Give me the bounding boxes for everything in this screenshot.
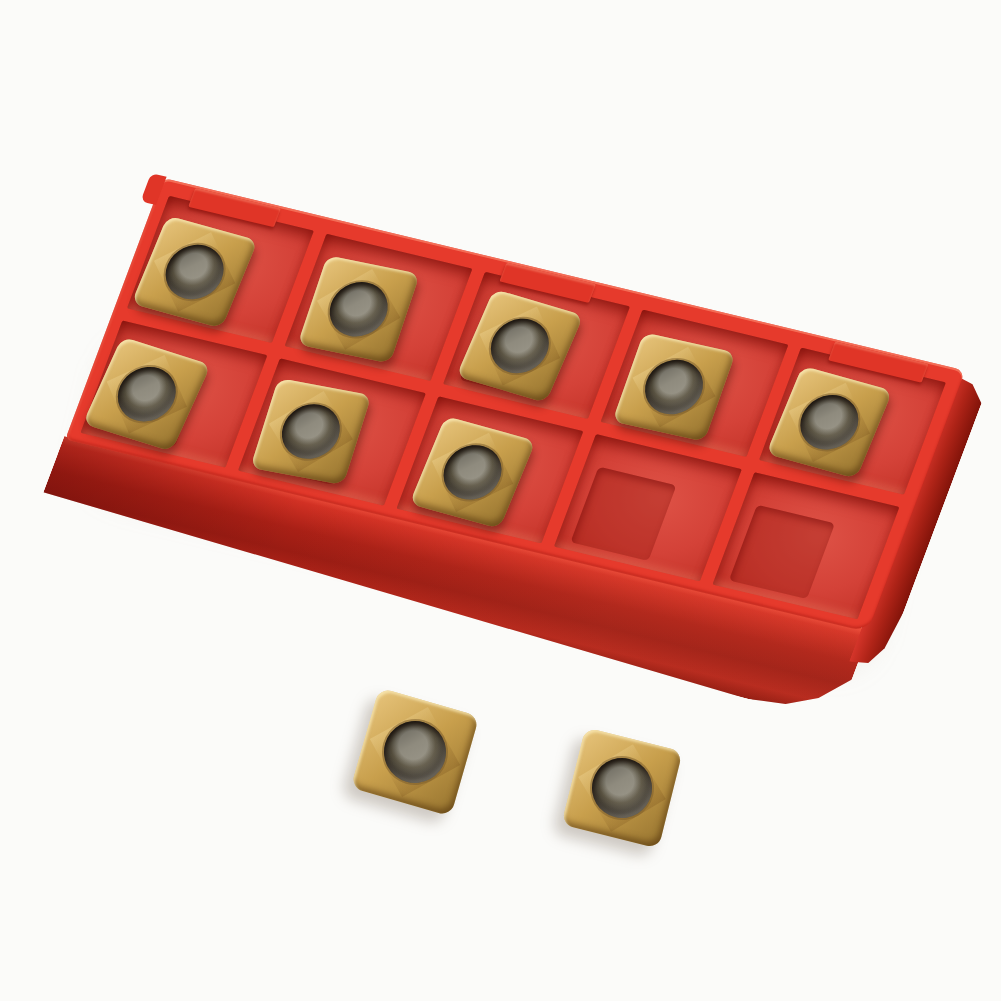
insert-hole: [376, 713, 453, 790]
insert-r2-c2: [251, 378, 372, 485]
storage-box: [65, 178, 965, 632]
insert-r2-c3: [409, 416, 536, 529]
compartment-r2-c5: [712, 472, 899, 619]
insert-hole: [791, 388, 867, 456]
insert-r1-c5: [766, 366, 893, 479]
loose-insert-1: [351, 688, 480, 817]
compartment-r1-c3: [443, 272, 630, 419]
background: [0, 0, 1001, 1001]
insert-r1-c3: [456, 289, 583, 403]
corner-nub: [140, 173, 166, 205]
compartment-r2-c4: [554, 434, 741, 581]
insert-hole: [586, 752, 659, 825]
insert-r2-c1: [83, 337, 211, 452]
insert-hole: [481, 312, 557, 380]
insert-hole: [434, 438, 510, 506]
compartment-recess: [729, 505, 835, 599]
insert-hole: [637, 354, 711, 420]
insert-r1-c4: [612, 332, 736, 441]
compartment-r2-c3: [396, 396, 583, 543]
loose-insert-2: [561, 727, 682, 848]
compartment-r2-c1: [80, 320, 267, 467]
insert-hole: [108, 360, 185, 429]
compartment-r1-c2: [285, 234, 472, 381]
compartment-r1-c4: [601, 310, 788, 457]
insert-hole: [322, 277, 395, 342]
insert-r1-c2: [298, 255, 420, 363]
compartment-r2-c2: [238, 358, 425, 505]
compartment-r1-c1: [127, 196, 314, 343]
insert-hole: [275, 400, 348, 464]
insert-hole: [157, 238, 233, 306]
compartment-recess: [571, 467, 677, 561]
insert-r1-c1: [131, 216, 258, 329]
